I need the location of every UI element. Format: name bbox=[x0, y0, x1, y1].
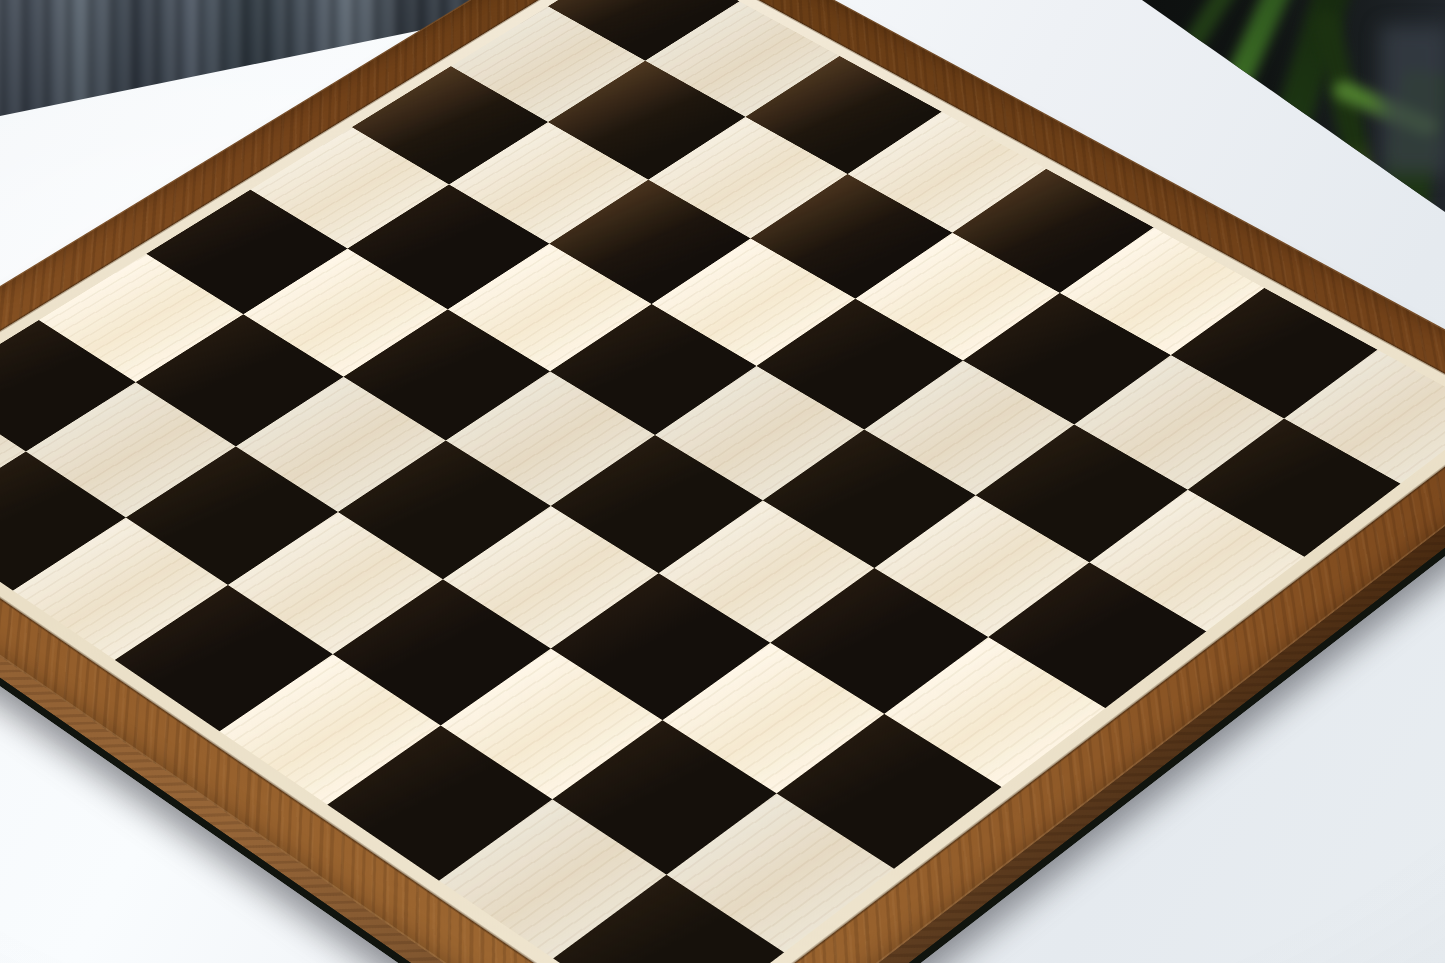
chessboard bbox=[0, 0, 1445, 963]
photo-stage bbox=[0, 0, 1445, 963]
wall-patch bbox=[1380, 25, 1445, 175]
